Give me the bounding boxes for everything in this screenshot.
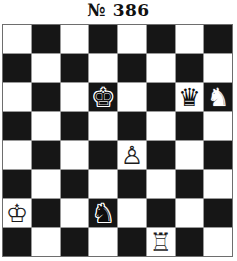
square-a7 bbox=[3, 54, 31, 82]
square-c2 bbox=[61, 199, 89, 227]
square-a2: ♔ bbox=[3, 199, 31, 227]
square-g6: ♛ bbox=[176, 83, 204, 111]
square-f1: ♖ bbox=[147, 228, 175, 256]
problem-number-title: № 386 bbox=[0, 0, 237, 22]
square-g1 bbox=[176, 228, 204, 256]
white-king: ♔ bbox=[6, 201, 28, 226]
square-f8 bbox=[147, 25, 175, 53]
square-e4: ♙ bbox=[118, 141, 146, 169]
square-b8 bbox=[32, 25, 60, 53]
square-e2 bbox=[118, 199, 146, 227]
square-b2 bbox=[32, 199, 60, 227]
square-e5 bbox=[118, 112, 146, 140]
square-h3 bbox=[204, 170, 232, 198]
square-h4 bbox=[204, 141, 232, 169]
square-h5 bbox=[204, 112, 232, 140]
black-king: ♚ bbox=[92, 85, 114, 110]
square-c5 bbox=[61, 112, 89, 140]
square-c8 bbox=[61, 25, 89, 53]
square-b3 bbox=[32, 170, 60, 198]
square-g2 bbox=[176, 199, 204, 227]
square-d6: ♚ bbox=[89, 83, 117, 111]
square-b1 bbox=[32, 228, 60, 256]
square-g5 bbox=[176, 112, 204, 140]
black-queen: ♛ bbox=[178, 85, 200, 110]
square-a1 bbox=[3, 228, 31, 256]
square-d7 bbox=[89, 54, 117, 82]
square-h2 bbox=[204, 199, 232, 227]
square-c6 bbox=[61, 83, 89, 111]
square-h6: ♞ bbox=[204, 83, 232, 111]
square-f7 bbox=[147, 54, 175, 82]
square-f3 bbox=[147, 170, 175, 198]
square-a6 bbox=[3, 83, 31, 111]
square-e8 bbox=[118, 25, 146, 53]
square-c7 bbox=[61, 54, 89, 82]
square-d1 bbox=[89, 228, 117, 256]
square-d3 bbox=[89, 170, 117, 198]
white-knight: ♞ bbox=[207, 85, 229, 110]
square-h1 bbox=[204, 228, 232, 256]
square-e1 bbox=[118, 228, 146, 256]
square-a5 bbox=[3, 112, 31, 140]
square-a8 bbox=[3, 25, 31, 53]
square-c3 bbox=[61, 170, 89, 198]
square-b4 bbox=[32, 141, 60, 169]
square-d4 bbox=[89, 141, 117, 169]
square-g4 bbox=[176, 141, 204, 169]
black-knight: ♞ bbox=[92, 201, 114, 226]
square-e6 bbox=[118, 83, 146, 111]
square-h8 bbox=[204, 25, 232, 53]
square-e7 bbox=[118, 54, 146, 82]
square-b5 bbox=[32, 112, 60, 140]
square-a4 bbox=[3, 141, 31, 169]
square-b6 bbox=[32, 83, 60, 111]
square-a3 bbox=[3, 170, 31, 198]
square-f2 bbox=[147, 199, 175, 227]
square-c1 bbox=[61, 228, 89, 256]
square-g7 bbox=[176, 54, 204, 82]
chess-board: ♚♛♞♙♔♞♖ bbox=[2, 24, 233, 257]
white-pawn: ♙ bbox=[121, 143, 143, 168]
square-h7 bbox=[204, 54, 232, 82]
square-d8 bbox=[89, 25, 117, 53]
square-g8 bbox=[176, 25, 204, 53]
square-d5 bbox=[89, 112, 117, 140]
square-c4 bbox=[61, 141, 89, 169]
square-d2: ♞ bbox=[89, 199, 117, 227]
square-f6 bbox=[147, 83, 175, 111]
square-f5 bbox=[147, 112, 175, 140]
square-e3 bbox=[118, 170, 146, 198]
square-f4 bbox=[147, 141, 175, 169]
white-rook: ♖ bbox=[149, 230, 171, 255]
square-b7 bbox=[32, 54, 60, 82]
square-g3 bbox=[176, 170, 204, 198]
